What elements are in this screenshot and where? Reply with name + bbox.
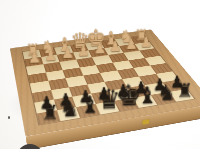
chess-board-frame: ♜♞♝♛♚♝♞♜♟♟♟♟♟♟♟♟♟♟♟♟♟♟♟♟♜♞♝♛♚♝♞♜: [10, 30, 200, 137]
black-rook: ♜: [34, 102, 65, 123]
brass-clasp: [142, 119, 149, 125]
chess-set-photo: ♜♞♝♛♚♝♞♜♟♟♟♟♟♟♟♟♟♟♟♟♟♟♟♟♜♞♝♛♚♝♞♜: [0, 0, 200, 149]
square-h8: ♜: [37, 110, 60, 125]
square-h2: ♟: [24, 57, 43, 67]
background-speck: [8, 116, 10, 119]
white-pawn: ♟: [22, 51, 48, 66]
perspective-wrapper: ♜♞♝♛♚♝♞♜♟♟♟♟♟♟♟♟♟♟♟♟♟♟♟♟♜♞♝♛♚♝♞♜: [0, 0, 200, 149]
